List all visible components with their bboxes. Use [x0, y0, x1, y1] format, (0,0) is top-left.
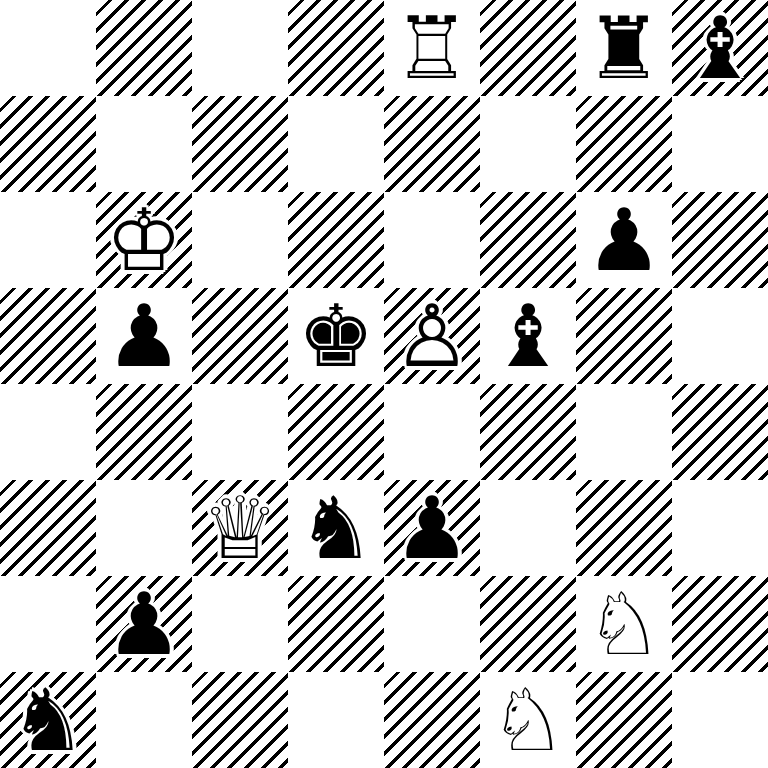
square-h5[interactable]	[672, 288, 768, 384]
square-e8[interactable]: ♜♖	[384, 0, 480, 96]
square-b2[interactable]: ♟	[96, 576, 192, 672]
chess-board: ♜♖♜♝♚♔♟♟♚♟♙♝♛♕♞♟♟♞♘♞♞♘	[0, 0, 768, 768]
square-f6[interactable]	[480, 192, 576, 288]
square-h3[interactable]	[672, 480, 768, 576]
square-a3[interactable]	[0, 480, 96, 576]
square-f8[interactable]	[480, 0, 576, 96]
square-b1[interactable]	[96, 672, 192, 768]
square-e4[interactable]	[384, 384, 480, 480]
square-c2[interactable]	[192, 576, 288, 672]
piece-black-knight: ♞	[288, 480, 384, 576]
piece-black-bishop: ♝	[480, 288, 576, 384]
square-a8[interactable]	[0, 0, 96, 96]
square-e6[interactable]	[384, 192, 480, 288]
square-d2[interactable]	[288, 576, 384, 672]
square-c8[interactable]	[192, 0, 288, 96]
square-g3[interactable]	[576, 480, 672, 576]
square-e3[interactable]: ♟	[384, 480, 480, 576]
square-f1[interactable]: ♞♘	[480, 672, 576, 768]
square-c1[interactable]	[192, 672, 288, 768]
square-a1[interactable]: ♞	[0, 672, 96, 768]
square-a6[interactable]	[0, 192, 96, 288]
square-d5[interactable]: ♚	[288, 288, 384, 384]
square-g2[interactable]: ♞♘	[576, 576, 672, 672]
square-d1[interactable]	[288, 672, 384, 768]
piece-black-king: ♚	[288, 288, 384, 384]
square-h8[interactable]: ♝	[672, 0, 768, 96]
piece-black-pawn: ♟	[384, 480, 480, 576]
square-b5[interactable]: ♟	[96, 288, 192, 384]
piece-white-knight: ♞♘	[576, 576, 672, 672]
piece-black-pawn: ♟	[96, 288, 192, 384]
piece-white-king: ♚♔	[96, 192, 192, 288]
piece-black-knight: ♞	[0, 672, 96, 768]
square-h6[interactable]	[672, 192, 768, 288]
piece-black-bishop: ♝	[672, 0, 768, 96]
piece-white-queen: ♛♕	[192, 480, 288, 576]
square-c7[interactable]	[192, 96, 288, 192]
square-b7[interactable]	[96, 96, 192, 192]
square-d8[interactable]	[288, 0, 384, 96]
square-h4[interactable]	[672, 384, 768, 480]
square-b6[interactable]: ♚♔	[96, 192, 192, 288]
piece-white-rook: ♜♖	[384, 0, 480, 96]
square-c6[interactable]	[192, 192, 288, 288]
square-g8[interactable]: ♜	[576, 0, 672, 96]
square-h1[interactable]	[672, 672, 768, 768]
square-f5[interactable]: ♝	[480, 288, 576, 384]
square-g4[interactable]	[576, 384, 672, 480]
square-f2[interactable]	[480, 576, 576, 672]
square-d7[interactable]	[288, 96, 384, 192]
square-a5[interactable]	[0, 288, 96, 384]
square-b3[interactable]	[96, 480, 192, 576]
square-f3[interactable]	[480, 480, 576, 576]
square-a4[interactable]	[0, 384, 96, 480]
square-e7[interactable]	[384, 96, 480, 192]
piece-black-pawn: ♟	[576, 192, 672, 288]
square-c4[interactable]	[192, 384, 288, 480]
piece-black-pawn: ♟	[96, 576, 192, 672]
square-a7[interactable]	[0, 96, 96, 192]
square-a2[interactable]	[0, 576, 96, 672]
square-f7[interactable]	[480, 96, 576, 192]
square-g5[interactable]	[576, 288, 672, 384]
square-e1[interactable]	[384, 672, 480, 768]
square-c5[interactable]	[192, 288, 288, 384]
square-d3[interactable]: ♞	[288, 480, 384, 576]
square-h7[interactable]	[672, 96, 768, 192]
square-d4[interactable]	[288, 384, 384, 480]
square-d6[interactable]	[288, 192, 384, 288]
square-g1[interactable]	[576, 672, 672, 768]
piece-black-rook: ♜	[576, 0, 672, 96]
square-g6[interactable]: ♟	[576, 192, 672, 288]
piece-white-pawn: ♟♙	[384, 288, 480, 384]
square-f4[interactable]	[480, 384, 576, 480]
square-b4[interactable]	[96, 384, 192, 480]
square-c3[interactable]: ♛♕	[192, 480, 288, 576]
piece-white-knight: ♞♘	[480, 672, 576, 768]
square-b8[interactable]	[96, 0, 192, 96]
square-e5[interactable]: ♟♙	[384, 288, 480, 384]
square-h2[interactable]	[672, 576, 768, 672]
square-e2[interactable]	[384, 576, 480, 672]
square-g7[interactable]	[576, 96, 672, 192]
